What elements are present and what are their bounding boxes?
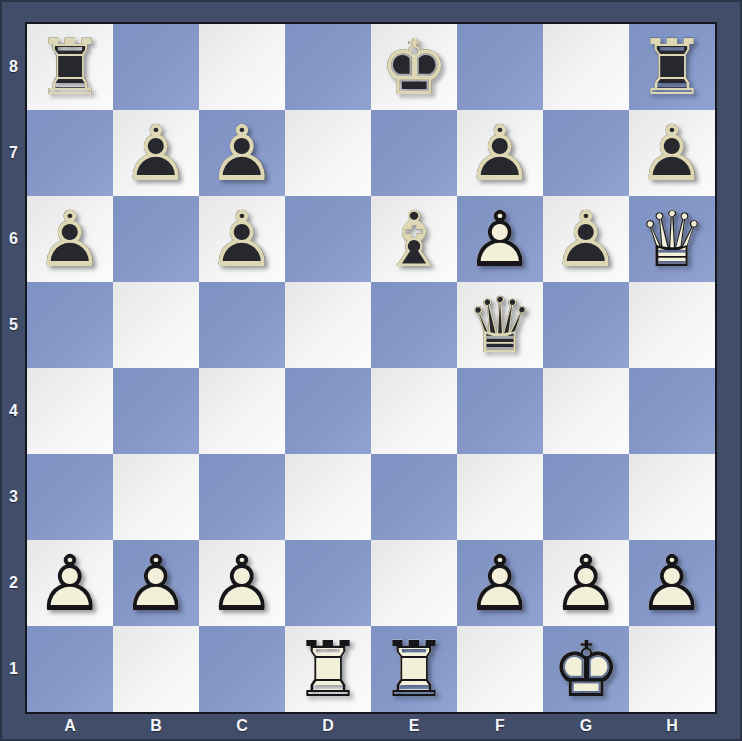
piece-glyph-detail: ♙ (27, 196, 113, 282)
square-c6[interactable]: ♟♙ (199, 196, 285, 282)
square-c2[interactable]: ♟♙ (199, 540, 285, 626)
square-g8[interactable] (543, 24, 629, 110)
rank-label-5: 5 (0, 282, 27, 368)
square-b8[interactable] (113, 24, 199, 110)
square-g3[interactable] (543, 454, 629, 540)
square-a1[interactable] (27, 626, 113, 712)
square-d2[interactable] (285, 540, 371, 626)
piece-glyph-detail: ♗ (371, 196, 457, 282)
square-a5[interactable] (27, 282, 113, 368)
square-f2[interactable]: ♟♙ (457, 540, 543, 626)
square-b6[interactable] (113, 196, 199, 282)
rank-label-3: 3 (0, 454, 27, 540)
board-frame: 87654321 ♜♖♚♔♜♖♟♙♟♙♟♙♟♙♟♙♟♙♝♗♟♙♟♙♛♕♛♕♟♙♟… (0, 0, 742, 741)
square-g7[interactable] (543, 110, 629, 196)
square-h7[interactable]: ♟♙ (629, 110, 715, 196)
square-a8[interactable]: ♜♖ (27, 24, 113, 110)
piece-glyph-detail: ♖ (27, 24, 113, 110)
piece-black-queen[interactable]: ♛♕ (457, 282, 543, 368)
piece-white-rook[interactable]: ♜♖ (371, 626, 457, 712)
piece-white-king[interactable]: ♚♔ (543, 626, 629, 712)
square-d6[interactable] (285, 196, 371, 282)
file-label-b: B (113, 714, 199, 741)
square-d7[interactable] (285, 110, 371, 196)
square-b7[interactable]: ♟♙ (113, 110, 199, 196)
square-g6[interactable]: ♟♙ (543, 196, 629, 282)
piece-glyph-detail: ♔ (371, 24, 457, 110)
square-a4[interactable] (27, 368, 113, 454)
square-b4[interactable] (113, 368, 199, 454)
square-c3[interactable] (199, 454, 285, 540)
square-g2[interactable]: ♟♙ (543, 540, 629, 626)
piece-glyph-detail: ♙ (543, 196, 629, 282)
square-h8[interactable]: ♜♖ (629, 24, 715, 110)
piece-white-pawn[interactable]: ♟♙ (113, 540, 199, 626)
rank-label-4: 4 (0, 368, 27, 454)
square-b1[interactable] (113, 626, 199, 712)
square-d5[interactable] (285, 282, 371, 368)
square-e6[interactable]: ♝♗ (371, 196, 457, 282)
square-e2[interactable] (371, 540, 457, 626)
rank-label-8: 8 (0, 24, 27, 110)
piece-glyph-detail: ♙ (457, 110, 543, 196)
square-f7[interactable]: ♟♙ (457, 110, 543, 196)
file-label-g: G (543, 714, 629, 741)
piece-glyph-detail: ♙ (199, 540, 285, 626)
square-g4[interactable] (543, 368, 629, 454)
square-f6[interactable]: ♟♙ (457, 196, 543, 282)
piece-glyph-detail: ♙ (113, 540, 199, 626)
piece-black-pawn[interactable]: ♟♙ (199, 110, 285, 196)
piece-glyph-detail: ♖ (285, 626, 371, 712)
piece-glyph-detail: ♙ (113, 110, 199, 196)
piece-white-pawn[interactable]: ♟♙ (199, 540, 285, 626)
piece-black-king[interactable]: ♚♔ (371, 24, 457, 110)
square-e8[interactable]: ♚♔ (371, 24, 457, 110)
piece-black-pawn[interactable]: ♟♙ (629, 110, 715, 196)
piece-white-pawn[interactable]: ♟♙ (543, 540, 629, 626)
square-f4[interactable] (457, 368, 543, 454)
square-h3[interactable] (629, 454, 715, 540)
square-h1[interactable] (629, 626, 715, 712)
piece-white-pawn[interactable]: ♟♙ (457, 540, 543, 626)
piece-white-pawn[interactable]: ♟♙ (629, 540, 715, 626)
piece-glyph-detail: ♙ (457, 196, 543, 282)
square-e7[interactable] (371, 110, 457, 196)
piece-white-queen[interactable]: ♛♕ (629, 196, 715, 282)
square-e1[interactable]: ♜♖ (371, 626, 457, 712)
square-c1[interactable] (199, 626, 285, 712)
piece-glyph-detail: ♙ (457, 540, 543, 626)
square-d3[interactable] (285, 454, 371, 540)
square-e3[interactable] (371, 454, 457, 540)
chess-board: ♜♖♚♔♜♖♟♙♟♙♟♙♟♙♟♙♟♙♝♗♟♙♟♙♛♕♛♕♟♙♟♙♟♙♟♙♟♙♟♙… (27, 24, 715, 712)
piece-black-bishop[interactable]: ♝♗ (371, 196, 457, 282)
square-a6[interactable]: ♟♙ (27, 196, 113, 282)
square-f5[interactable]: ♛♕ (457, 282, 543, 368)
file-label-h: H (629, 714, 715, 741)
square-d1[interactable]: ♜♖ (285, 626, 371, 712)
piece-white-pawn[interactable]: ♟♙ (457, 196, 543, 282)
file-label-c: C (199, 714, 285, 741)
rank-label-2: 2 (0, 540, 27, 626)
rank-label-7: 7 (0, 110, 27, 196)
piece-glyph-detail: ♖ (371, 626, 457, 712)
piece-glyph-detail: ♙ (199, 110, 285, 196)
square-b5[interactable] (113, 282, 199, 368)
square-h6[interactable]: ♛♕ (629, 196, 715, 282)
file-label-f: F (457, 714, 543, 741)
square-a7[interactable] (27, 110, 113, 196)
square-g5[interactable] (543, 282, 629, 368)
piece-glyph-detail: ♕ (629, 196, 715, 282)
square-f3[interactable] (457, 454, 543, 540)
square-d4[interactable] (285, 368, 371, 454)
square-g1[interactable]: ♚♔ (543, 626, 629, 712)
piece-white-pawn[interactable]: ♟♙ (27, 540, 113, 626)
piece-black-pawn[interactable]: ♟♙ (543, 196, 629, 282)
rank-label-6: 6 (0, 196, 27, 282)
square-c7[interactable]: ♟♙ (199, 110, 285, 196)
square-h5[interactable] (629, 282, 715, 368)
piece-glyph-detail: ♕ (457, 282, 543, 368)
square-a2[interactable]: ♟♙ (27, 540, 113, 626)
square-e5[interactable] (371, 282, 457, 368)
piece-black-pawn[interactable]: ♟♙ (113, 110, 199, 196)
square-d8[interactable] (285, 24, 371, 110)
piece-glyph-detail: ♙ (27, 540, 113, 626)
piece-glyph-detail: ♙ (199, 196, 285, 282)
piece-glyph-detail: ♔ (543, 626, 629, 712)
square-a3[interactable] (27, 454, 113, 540)
square-f1[interactable] (457, 626, 543, 712)
square-c8[interactable] (199, 24, 285, 110)
piece-glyph-detail: ♙ (629, 540, 715, 626)
file-labels: ABCDEFGH (27, 714, 715, 741)
square-h4[interactable] (629, 368, 715, 454)
piece-black-pawn[interactable]: ♟♙ (27, 196, 113, 282)
square-b3[interactable] (113, 454, 199, 540)
piece-black-rook[interactable]: ♜♖ (629, 24, 715, 110)
piece-white-rook[interactable]: ♜♖ (285, 626, 371, 712)
piece-glyph-detail: ♙ (543, 540, 629, 626)
piece-black-rook[interactable]: ♜♖ (27, 24, 113, 110)
square-e4[interactable] (371, 368, 457, 454)
piece-black-pawn[interactable]: ♟♙ (199, 196, 285, 282)
rank-labels: 87654321 (0, 24, 27, 712)
file-label-d: D (285, 714, 371, 741)
rank-label-1: 1 (0, 626, 27, 712)
square-f8[interactable] (457, 24, 543, 110)
square-b2[interactable]: ♟♙ (113, 540, 199, 626)
square-c4[interactable] (199, 368, 285, 454)
piece-glyph-detail: ♙ (629, 110, 715, 196)
piece-glyph-detail: ♖ (629, 24, 715, 110)
square-c5[interactable] (199, 282, 285, 368)
piece-black-pawn[interactable]: ♟♙ (457, 110, 543, 196)
file-label-a: A (27, 714, 113, 741)
file-label-e: E (371, 714, 457, 741)
square-h2[interactable]: ♟♙ (629, 540, 715, 626)
